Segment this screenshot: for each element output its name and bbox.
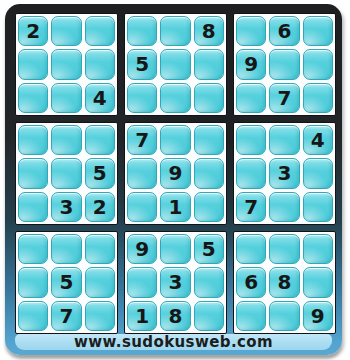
cell-r5c6[interactable] [194,158,224,188]
cell-r5c4[interactable] [127,158,157,188]
cell-r6c7[interactable]: 7 [236,192,266,222]
cell-r8c9[interactable] [303,267,333,297]
cell-r9c8[interactable] [269,301,299,331]
cell-r7c6[interactable]: 5 [194,234,224,264]
cell-r3c4[interactable] [127,83,157,113]
board-frame: 24856975327914375795318689 www.sudokuswe… [5,4,342,355]
cell-r4c4[interactable]: 7 [127,125,157,155]
cell-r7c4[interactable]: 9 [127,234,157,264]
cell-r4c8[interactable] [269,125,299,155]
sudoku-box-2: 85 [124,13,227,116]
cell-r7c7[interactable] [236,234,266,264]
cell-r8c4[interactable] [127,267,157,297]
cell-r5c3[interactable]: 5 [85,158,115,188]
cell-r7c8[interactable] [269,234,299,264]
cell-r6c5[interactable]: 1 [160,192,190,222]
cell-r9c9[interactable]: 9 [303,301,333,331]
cell-r4c1[interactable] [18,125,48,155]
cell-r3c9[interactable] [303,83,333,113]
cell-r4c6[interactable] [194,125,224,155]
sudoku-page: 24856975327914375795318689 www.sudokuswe… [0,0,350,360]
cell-r2c3[interactable] [85,49,115,79]
sudoku-box-8: 95318 [124,231,227,334]
cell-r2c6[interactable] [194,49,224,79]
cell-r4c7[interactable] [236,125,266,155]
cell-r9c4[interactable]: 1 [127,301,157,331]
cell-r6c2[interactable]: 3 [51,192,81,222]
sudoku-box-5: 791 [124,122,227,225]
sudoku-box-9: 689 [233,231,336,334]
cell-r8c6[interactable] [194,267,224,297]
cell-r2c9[interactable] [303,49,333,79]
sudoku-box-7: 57 [15,231,118,334]
cell-r2c5[interactable] [160,49,190,79]
cell-r1c2[interactable] [51,16,81,46]
sudoku-box-1: 24 [15,13,118,116]
cell-r6c3[interactable]: 2 [85,192,115,222]
cell-r8c8[interactable]: 8 [269,267,299,297]
cell-r5c2[interactable] [51,158,81,188]
cell-r7c2[interactable] [51,234,81,264]
cell-r7c9[interactable] [303,234,333,264]
cell-r3c1[interactable] [18,83,48,113]
cell-r3c2[interactable] [51,83,81,113]
cell-r9c6[interactable] [194,301,224,331]
cell-r1c8[interactable]: 6 [269,16,299,46]
cell-r9c7[interactable] [236,301,266,331]
cell-r8c3[interactable] [85,267,115,297]
cell-r1c4[interactable] [127,16,157,46]
cell-r5c7[interactable] [236,158,266,188]
cell-r4c3[interactable] [85,125,115,155]
cell-r6c1[interactable] [18,192,48,222]
cell-r4c2[interactable] [51,125,81,155]
sudoku-box-6: 437 [233,122,336,225]
cell-r7c3[interactable] [85,234,115,264]
sudoku-box-3: 697 [233,13,336,116]
cell-r2c2[interactable] [51,49,81,79]
cell-r6c4[interactable] [127,192,157,222]
cell-r6c6[interactable] [194,192,224,222]
cell-r1c3[interactable] [85,16,115,46]
cell-r1c5[interactable] [160,16,190,46]
sudoku-board: 24856975327914375795318689 [15,13,336,334]
cell-r5c9[interactable] [303,158,333,188]
cell-r8c7[interactable]: 6 [236,267,266,297]
cell-r1c9[interactable] [303,16,333,46]
cell-r2c1[interactable] [18,49,48,79]
cell-r3c6[interactable] [194,83,224,113]
cell-r3c5[interactable] [160,83,190,113]
cell-r1c6[interactable]: 8 [194,16,224,46]
cell-r4c9[interactable]: 4 [303,125,333,155]
cell-r9c2[interactable]: 7 [51,301,81,331]
cell-r9c5[interactable]: 8 [160,301,190,331]
cell-r8c1[interactable] [18,267,48,297]
cell-r5c1[interactable] [18,158,48,188]
sudoku-box-4: 532 [15,122,118,225]
footer-url[interactable]: www.sudokusweb.com [74,333,273,351]
cell-r9c1[interactable] [18,301,48,331]
footer-bar: www.sudokusweb.com [15,334,332,350]
cell-r1c1[interactable]: 2 [18,16,48,46]
cell-r2c4[interactable]: 5 [127,49,157,79]
cell-r4c5[interactable] [160,125,190,155]
cell-r9c3[interactable] [85,301,115,331]
cell-r3c3[interactable]: 4 [85,83,115,113]
cell-r2c7[interactable]: 9 [236,49,266,79]
cell-r5c8[interactable]: 3 [269,158,299,188]
cell-r5c5[interactable]: 9 [160,158,190,188]
cell-r8c5[interactable]: 3 [160,267,190,297]
cell-r7c5[interactable] [160,234,190,264]
cell-r7c1[interactable] [18,234,48,264]
cell-r6c8[interactable] [269,192,299,222]
cell-r6c9[interactable] [303,192,333,222]
cell-r3c7[interactable] [236,83,266,113]
cell-r1c7[interactable] [236,16,266,46]
cell-r8c2[interactable]: 5 [51,267,81,297]
cell-r3c8[interactable]: 7 [269,83,299,113]
cell-r2c8[interactable] [269,49,299,79]
